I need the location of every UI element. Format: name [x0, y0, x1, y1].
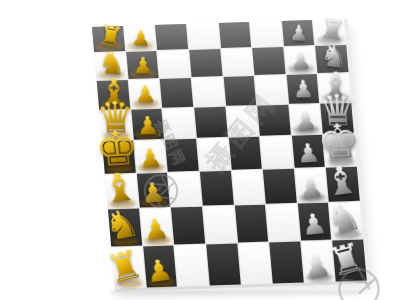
square-c5[interactable]	[223, 76, 256, 106]
piece-gold-pawn[interactable]: ♟	[141, 215, 171, 246]
piece-gold-pawn[interactable]: ♟	[131, 27, 151, 50]
square-g3[interactable]	[171, 207, 205, 245]
stage: ♜♟♟♜♞♟♟♞♝♟♟♝♛♟♟♛♚♟♟♚♝♟♟♝♞♟♟♞♜♟♟♜ 摄图网 摄图网	[0, 0, 400, 300]
piece-silver-pawn[interactable]: ♟	[297, 173, 325, 202]
square-c4[interactable]	[192, 77, 225, 107]
piece-silver-pawn[interactable]: ♟	[292, 78, 315, 102]
square-e4[interactable]	[197, 138, 230, 171]
square-d4[interactable]	[194, 107, 227, 138]
square-b3[interactable]	[157, 50, 190, 78]
square-h1[interactable]: ♜	[111, 247, 145, 289]
square-b6[interactable]	[252, 47, 285, 75]
square-d6[interactable]	[257, 105, 290, 136]
square-b5[interactable]	[221, 48, 254, 76]
square-f2[interactable]: ♟	[137, 173, 171, 208]
square-e6[interactable]	[260, 136, 293, 169]
square-c7[interactable]: ♟	[286, 74, 319, 104]
square-a3[interactable]	[155, 24, 188, 50]
square-h4[interactable]	[206, 244, 240, 286]
square-h5[interactable]	[238, 243, 272, 285]
piece-gold-pawn[interactable]: ♟	[144, 255, 175, 287]
piece-gold-pawn[interactable]: ♟	[136, 113, 160, 138]
square-a5[interactable]	[218, 22, 251, 48]
square-d5[interactable]	[226, 106, 259, 137]
square-e3[interactable]	[165, 139, 198, 172]
square-a2[interactable]: ♟	[124, 25, 157, 51]
square-e5[interactable]	[228, 137, 261, 170]
piece-silver-pawn[interactable]: ♟	[291, 49, 312, 72]
square-a6[interactable]	[250, 21, 283, 47]
square-a4[interactable]	[187, 23, 220, 49]
square-h2[interactable]: ♟	[143, 246, 177, 288]
square-f6[interactable]	[263, 169, 297, 204]
square-b4[interactable]	[189, 49, 222, 77]
square-h6[interactable]	[269, 242, 303, 284]
square-g4[interactable]	[203, 206, 237, 244]
square-g6[interactable]	[266, 204, 300, 242]
square-g8[interactable]: ♞	[329, 202, 363, 240]
square-c6[interactable]	[255, 75, 288, 105]
square-d3[interactable]	[163, 108, 196, 139]
piece-gold-pawn[interactable]: ♟	[134, 83, 157, 107]
square-f5[interactable]	[231, 170, 265, 205]
square-g2[interactable]: ♟	[140, 208, 174, 246]
square-h3[interactable]	[175, 245, 209, 287]
piece-silver-pawn[interactable]: ♟	[289, 22, 309, 45]
square-g1[interactable]: ♞	[108, 209, 142, 247]
piece-gold-pawn[interactable]: ♟	[133, 54, 154, 77]
square-g5[interactable]	[234, 205, 268, 243]
board-edge-reflection	[110, 291, 360, 297]
board: ♜♟♟♜♞♟♟♞♝♟♟♝♛♟♟♛♚♟♟♚♝♟♟♝♞♟♟♞♜♟♟♜	[92, 19, 371, 291]
piece-gold-rook[interactable]: ♜	[102, 245, 147, 291]
piece-gold-pawn[interactable]: ♟	[139, 178, 167, 207]
square-a7[interactable]: ♟	[282, 20, 315, 46]
square-h8[interactable]: ♜	[333, 240, 367, 282]
square-f3[interactable]	[168, 172, 202, 207]
piece-gold-knight[interactable]: ♞	[101, 204, 144, 248]
piece-gold-pawn[interactable]: ♟	[137, 145, 163, 172]
square-f4[interactable]	[200, 171, 234, 206]
square-b7[interactable]: ♟	[284, 46, 317, 74]
square-b2[interactable]: ♟	[126, 51, 159, 79]
square-c3[interactable]	[160, 78, 193, 108]
